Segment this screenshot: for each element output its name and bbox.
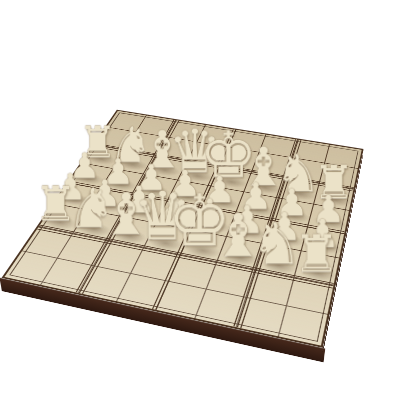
piece-layer: ♜♞♝♛♚♝♞♜♟♟♟♟♟♟♟♟♟♟♟♟♟♟♟♟♜♞♝♛♚♝♞♜ <box>1 110 363 348</box>
piece-white-rook: ♜ <box>295 252 341 287</box>
chessboard-scene: ♜♞♝♛♚♝♞♜♟♟♟♟♟♟♟♟♟♟♟♟♟♟♟♟♜♞♝♛♚♝♞♜ <box>1 110 363 348</box>
piece-glyph: ♜ <box>272 230 361 279</box>
photo-stage: ♜♞♝♛♚♝♞♜♟♟♟♟♟♟♟♟♟♟♟♟♟♟♟♟♜♞♝♛♚♝♞♜ <box>0 0 400 400</box>
product-photo-canvas: ♜♞♝♛♚♝♞♜♟♟♟♟♟♟♟♟♟♟♟♟♟♟♟♟♜♞♝♛♚♝♞♜ <box>0 0 400 400</box>
